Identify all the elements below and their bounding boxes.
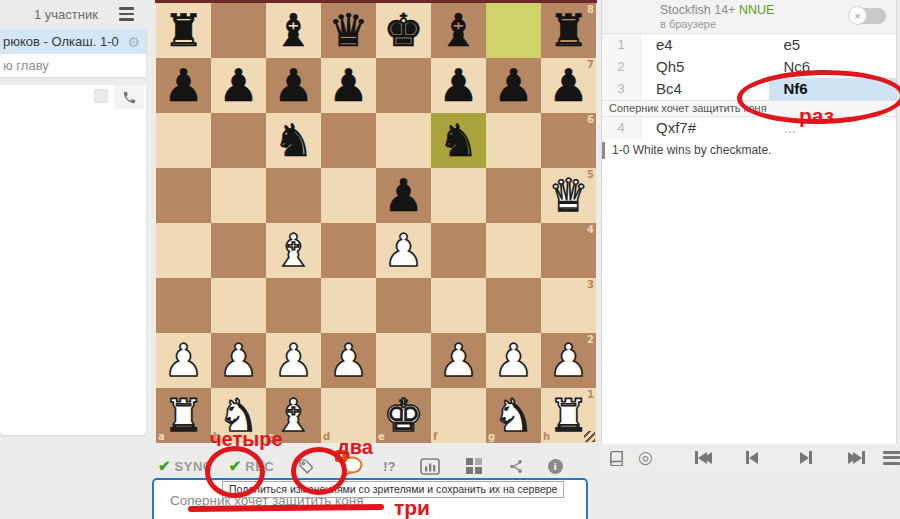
square-d7[interactable]: ♟: [321, 58, 376, 113]
bar-chart-icon: [420, 458, 440, 475]
square-h7[interactable]: ♟7: [541, 58, 596, 113]
square-a6[interactable]: [156, 113, 211, 168]
info-button[interactable]: i: [548, 459, 563, 474]
square-d3[interactable]: [321, 278, 376, 333]
coord-rank-4: 4: [587, 224, 594, 235]
square-b3[interactable]: [211, 278, 266, 333]
square-h2[interactable]: ♟2: [541, 333, 596, 388]
game-result: 1-0 White wins by checkmate.: [602, 142, 896, 159]
square-f3[interactable]: [431, 278, 486, 333]
square-g1[interactable]: ♞g: [486, 388, 541, 443]
coord-file-h: h: [543, 431, 550, 442]
coord-rank-6: 6: [587, 114, 594, 125]
square-a3[interactable]: [156, 278, 211, 333]
red-label-one: раз: [799, 104, 834, 128]
red-circle-rec: [205, 446, 265, 498]
square-e5[interactable]: ♟: [376, 168, 431, 223]
coord-rank-1: 1: [587, 389, 594, 400]
book-icon: [608, 450, 625, 466]
square-g7[interactable]: ♟: [486, 58, 541, 113]
square-c4[interactable]: ♝: [266, 223, 321, 278]
chart-button[interactable]: [420, 458, 440, 475]
square-d6[interactable]: [321, 113, 376, 168]
prev-move-button[interactable]: [746, 451, 758, 464]
square-g4[interactable]: [486, 223, 541, 278]
piece-white-pawn[interactable]: ♟: [321, 333, 376, 388]
first-move-button[interactable]: [695, 451, 712, 464]
target-icon: ◎: [638, 449, 653, 466]
piece-black-king[interactable]: ♚: [376, 3, 431, 58]
glyph-annotation-button[interactable]: !?: [383, 459, 395, 474]
board-resize-handle[interactable]: [584, 431, 595, 442]
square-b5[interactable]: [211, 168, 266, 223]
sidebar-menu-icon[interactable]: [119, 7, 134, 21]
square-c5[interactable]: [266, 168, 321, 223]
piece-black-queen[interactable]: ♛: [321, 3, 376, 58]
piece-white-pawn[interactable]: ♟: [266, 333, 321, 388]
record-target-button[interactable]: ◎: [638, 449, 653, 466]
piece-black-bishop[interactable]: ♝: [266, 3, 321, 58]
square-e7[interactable]: [376, 58, 431, 113]
square-a5[interactable]: [156, 168, 211, 223]
square-a8[interactable]: ♜: [156, 3, 211, 58]
piece-white-bishop[interactable]: ♝: [266, 223, 321, 278]
book-button[interactable]: [608, 450, 625, 466]
square-f1[interactable]: f: [431, 388, 486, 443]
square-d2[interactable]: ♟: [321, 333, 376, 388]
square-b4[interactable]: [211, 223, 266, 278]
square-h3[interactable]: 3: [541, 278, 596, 333]
square-g8[interactable]: [486, 3, 541, 58]
share-icon: [508, 458, 524, 475]
move-black-1[interactable]: e5: [769, 34, 897, 56]
red-label-three: три: [394, 496, 430, 519]
coord-rank-7: 7: [587, 59, 594, 70]
coord-rank-2: 2: [587, 334, 594, 345]
analysis-panel: Stockfish 14+ NNUE в браузере × 1e4e52Qh…: [601, 0, 897, 444]
move-white-1[interactable]: e4: [641, 34, 769, 56]
square-e1[interactable]: ♚e: [376, 388, 431, 443]
coord-file-d: d: [323, 431, 330, 442]
square-e4[interactable]: ♟: [376, 223, 431, 278]
playback-bar: ◎: [601, 444, 897, 471]
square-f5[interactable]: [431, 168, 486, 223]
square-f6[interactable]: ♞: [431, 113, 486, 168]
square-e3[interactable]: [376, 278, 431, 333]
engine-nnue-label: NNUE: [739, 3, 774, 17]
phone-icon: [122, 90, 137, 105]
info-icon: i: [548, 459, 563, 474]
red-label-two: два: [337, 436, 373, 459]
square-g2[interactable]: ♟: [486, 333, 541, 388]
study-page: 1 участник рюков - Олкаш. 1-0 ⚙ ю главу …: [0, 0, 900, 519]
square-a2[interactable]: ♟: [156, 333, 211, 388]
members-bar: 1 участник: [0, 0, 146, 28]
piece-black-pawn[interactable]: ♟: [486, 58, 541, 113]
square-h4[interactable]: 4: [541, 223, 596, 278]
share-button[interactable]: [508, 458, 524, 475]
square-h6[interactable]: 6: [541, 113, 596, 168]
engine-toggle[interactable]: ×: [850, 8, 886, 24]
piece-black-pawn[interactable]: ♟: [156, 58, 211, 113]
menu-icon: [883, 451, 900, 465]
square-f2[interactable]: ♟: [431, 333, 486, 388]
move-number: 3: [602, 78, 641, 100]
red-annotation-top-line: [155, 0, 597, 3]
square-c7[interactable]: ♟: [266, 58, 321, 113]
square-g6[interactable]: [486, 113, 541, 168]
next-move-button[interactable]: [800, 451, 812, 464]
coord-rank-5: 5: [587, 169, 594, 180]
move-row: 1e4e5: [602, 34, 896, 56]
square-e6[interactable]: [376, 113, 431, 168]
chat-checkbox[interactable]: [94, 89, 108, 103]
engine-header: Stockfish 14+ NNUE в браузере ×: [602, 0, 896, 34]
new-chapter-item[interactable]: ю главу: [0, 54, 146, 77]
grid-icon: [466, 458, 482, 474]
coord-file-f: f: [433, 431, 437, 442]
piece-black-rook[interactable]: ♜: [156, 3, 211, 58]
square-b7[interactable]: ♟: [211, 58, 266, 113]
engine-name: Stockfish 14+: [660, 3, 735, 17]
piece-black-knight[interactable]: ♞: [266, 113, 321, 168]
coord-file-g: g: [488, 431, 495, 442]
boards-button[interactable]: [466, 458, 482, 474]
move-white-2[interactable]: Qh5: [641, 56, 769, 78]
chapter-item-selected[interactable]: рюков - Олкаш. 1-0 ⚙: [0, 29, 146, 54]
analysis-menu-button[interactable]: [883, 451, 900, 465]
square-c8[interactable]: ♝: [266, 3, 321, 58]
gear-icon[interactable]: ⚙: [127, 35, 140, 49]
square-b2[interactable]: ♟: [211, 333, 266, 388]
square-g5[interactable]: [486, 168, 541, 223]
piece-black-bishop[interactable]: ♝: [431, 3, 486, 58]
square-h5[interactable]: ♛5: [541, 168, 596, 223]
chat-panel: [0, 85, 146, 435]
move-number: 1: [602, 34, 641, 56]
members-count-label: 1 участник: [34, 7, 98, 22]
square-a1[interactable]: ♜a: [156, 388, 211, 443]
piece-white-pawn[interactable]: ♟: [486, 333, 541, 388]
square-d1[interactable]: d: [321, 388, 376, 443]
square-f8[interactable]: ♝: [431, 3, 486, 58]
new-chapter-label: ю главу: [3, 58, 49, 73]
chess-board[interactable]: ♜♝♛♚♝♜8♟♟♟♟♟♟♟7♞♞6♟♛5♝♟43♟♟♟♟♟♟♟2♜a♞b♝cd…: [156, 3, 596, 443]
piece-white-pawn[interactable]: ♟: [211, 333, 266, 388]
piece-white-pawn[interactable]: ♟: [376, 223, 431, 278]
square-h8[interactable]: ♜8: [541, 3, 596, 58]
call-button[interactable]: [114, 85, 144, 109]
square-a7[interactable]: ♟: [156, 58, 211, 113]
piece-white-pawn[interactable]: ♟: [156, 333, 211, 388]
square-d8[interactable]: ♛: [321, 3, 376, 58]
square-c2[interactable]: ♟: [266, 333, 321, 388]
square-d5[interactable]: [321, 168, 376, 223]
square-b8[interactable]: [211, 3, 266, 58]
chapter-title: рюков - Олкаш. 1-0: [3, 34, 119, 49]
square-e8[interactable]: ♚: [376, 3, 431, 58]
piece-black-pawn[interactable]: ♟: [321, 58, 376, 113]
check-icon: ✔: [158, 457, 171, 475]
piece-black-pawn[interactable]: ♟: [266, 58, 321, 113]
move-number: 2: [602, 56, 641, 78]
square-d4[interactable]: [321, 223, 376, 278]
piece-black-pawn[interactable]: ♟: [376, 168, 431, 223]
piece-black-pawn[interactable]: ♟: [431, 58, 486, 113]
piece-white-pawn[interactable]: ♟: [431, 333, 486, 388]
piece-black-pawn[interactable]: ♟: [211, 58, 266, 113]
last-move-button[interactable]: [848, 451, 865, 464]
square-c6[interactable]: ♞: [266, 113, 321, 168]
square-a4[interactable]: [156, 223, 211, 278]
engine-toggle-knob: ×: [848, 6, 867, 25]
move-white-4[interactable]: Qxf7#: [641, 117, 769, 139]
coord-rank-8: 8: [587, 4, 594, 15]
piece-black-knight[interactable]: ♞: [431, 113, 486, 168]
square-f7[interactable]: ♟: [431, 58, 486, 113]
square-g3[interactable]: [486, 278, 541, 333]
square-c3[interactable]: [266, 278, 321, 333]
square-f4[interactable]: [431, 223, 486, 278]
coord-file-a: a: [158, 431, 165, 442]
coord-rank-3: 3: [587, 279, 594, 290]
coord-file-e: e: [378, 431, 385, 442]
square-e2[interactable]: [376, 333, 431, 388]
square-b6[interactable]: [211, 113, 266, 168]
move-number: 4: [602, 117, 641, 139]
